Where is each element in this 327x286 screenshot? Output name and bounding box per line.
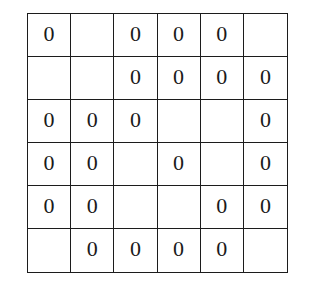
grid-cell-r3c6[interactable]: 0 (244, 100, 287, 143)
grid-cell-r3c2[interactable]: 0 (71, 100, 114, 143)
grid-cell-r2c2[interactable] (71, 57, 114, 100)
grid-cell-r1c2[interactable] (71, 14, 114, 57)
grid-cell-r6c2[interactable]: 0 (71, 229, 114, 272)
grid-cell-r6c1[interactable] (28, 229, 71, 272)
grid-cell-r3c1[interactable]: 0 (28, 100, 71, 143)
grid-cell-r3c3[interactable]: 0 (114, 100, 157, 143)
grid-cell-r4c1[interactable]: 0 (28, 143, 71, 186)
grid-cell-r5c6[interactable]: 0 (244, 186, 287, 229)
grid-cell-r2c6[interactable]: 0 (244, 57, 287, 100)
grid-cell-r5c1[interactable]: 0 (28, 186, 71, 229)
grid-cell-r2c1[interactable] (28, 57, 71, 100)
grid-cell-r4c5[interactable] (201, 143, 244, 186)
grid-cell-r1c4[interactable]: 0 (158, 14, 201, 57)
grid-cell-r1c5[interactable]: 0 (201, 14, 244, 57)
grid-cell-r4c2[interactable]: 0 (71, 143, 114, 186)
grid-cell-r3c5[interactable] (201, 100, 244, 143)
grid-cell-r4c3[interactable] (114, 143, 157, 186)
grid-cell-r5c5[interactable]: 0 (201, 186, 244, 229)
grid-cell-r1c6[interactable] (244, 14, 287, 57)
grid-cell-r5c2[interactable]: 0 (71, 186, 114, 229)
grid-cell-r5c3[interactable] (114, 186, 157, 229)
grid-cell-r1c1[interactable]: 0 (28, 14, 71, 57)
grid-cell-r2c5[interactable]: 0 (201, 57, 244, 100)
grid-cell-r2c4[interactable]: 0 (158, 57, 201, 100)
grid-cell-r1c3[interactable]: 0 (114, 14, 157, 57)
grid-cell-r6c6[interactable] (244, 229, 287, 272)
grid-cell-r6c3[interactable]: 0 (114, 229, 157, 272)
grid-cell-r2c3[interactable]: 0 (114, 57, 157, 100)
grid-cell-r6c5[interactable]: 0 (201, 229, 244, 272)
grid-cell-r5c4[interactable] (158, 186, 201, 229)
grid-cell-r6c4[interactable]: 0 (158, 229, 201, 272)
grid-cell-r4c6[interactable]: 0 (244, 143, 287, 186)
grid-cell-r4c4[interactable]: 0 (158, 143, 201, 186)
puzzle-grid: 000000000000000000000000 (27, 13, 288, 273)
grid-cell-r3c4[interactable] (158, 100, 201, 143)
